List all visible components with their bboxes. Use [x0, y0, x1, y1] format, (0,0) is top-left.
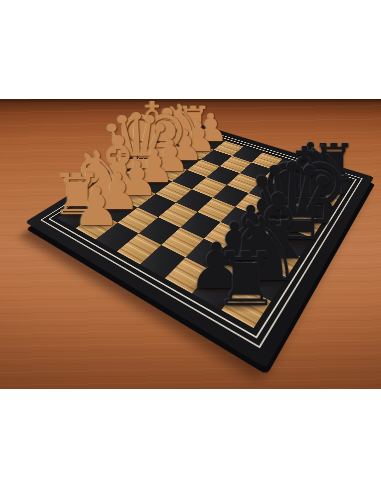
- chess-pieces-layer: ♜♞♝♛♚♝♞♜♟♟♟♟♟♟♟♟♟♟♟♟♟♟♟♟♜♞♝♛♚♝♞♜: [0, 99, 381, 389]
- chess-piece-white-pawn: ♟: [73, 180, 120, 233]
- chess-set-photo: ♜♞♝♛♚♝♞♜♟♟♟♟♟♟♟♟♟♟♟♟♟♟♟♟♜♞♝♛♚♝♞♜: [0, 99, 381, 389]
- chess-piece-black-rook: ♜: [213, 242, 280, 316]
- product-photo-stage: ♜♞♝♛♚♝♞♜♟♟♟♟♟♟♟♟♟♟♟♟♟♟♟♟♜♞♝♛♚♝♞♜: [0, 0, 381, 492]
